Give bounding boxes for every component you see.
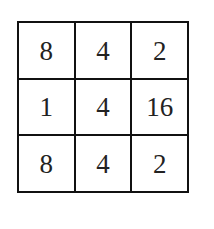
cell-r3c3: 2 bbox=[132, 136, 187, 191]
cell-r3c2: 4 bbox=[76, 136, 131, 191]
cell-value: 2 bbox=[153, 151, 167, 178]
cell-value: 8 bbox=[40, 38, 54, 65]
cell-r2c1: 1 bbox=[19, 80, 74, 135]
magic-square-board: 8 4 2 1 4 16 8 4 2 bbox=[17, 21, 189, 193]
cell-value: 2 bbox=[153, 38, 167, 65]
cell-value: 4 bbox=[96, 38, 110, 65]
cell-r1c2: 4 bbox=[76, 23, 131, 78]
cell-r2c2: 4 bbox=[76, 80, 131, 135]
cell-r2c3: 16 bbox=[132, 80, 187, 135]
cell-value: 8 bbox=[40, 151, 54, 178]
cell-value: 4 bbox=[96, 94, 110, 121]
cell-r1c3: 2 bbox=[132, 23, 187, 78]
cell-r1c1: 8 bbox=[19, 23, 74, 78]
cell-value: 1 bbox=[40, 94, 54, 121]
cell-value: 4 bbox=[96, 151, 110, 178]
cell-value: 16 bbox=[146, 94, 173, 121]
cell-r3c1: 8 bbox=[19, 136, 74, 191]
